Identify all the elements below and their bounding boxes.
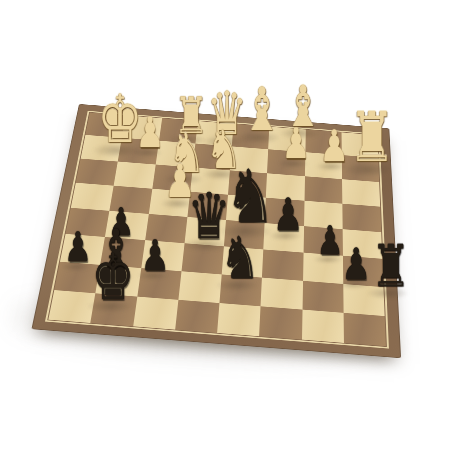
piece-black-knight-d4[interactable]: ♞ bbox=[225, 160, 275, 234]
piece-white-pawn-g2[interactable]: ♟ bbox=[136, 112, 165, 154]
piece-white-bishop-d1[interactable]: ♝ bbox=[242, 80, 282, 139]
piece-black-pawn-b6[interactable]: ♟ bbox=[317, 221, 344, 261]
piece-black-knight-d7[interactable]: ♞ bbox=[220, 229, 259, 287]
piece-white-rook-a2[interactable]: ♜ bbox=[349, 103, 396, 172]
piece-black-pawn-h6[interactable]: ♟ bbox=[64, 227, 92, 268]
pieces-layer: ♝♝♜♛♚♟♟♟♜♞♞♟♞♟♟♛♟♟♟♝♟♞♜♚ bbox=[0, 0, 452, 452]
piece-black-pawn-f7[interactable]: ♟ bbox=[141, 235, 170, 277]
piece-black-king-g8[interactable]: ♚ bbox=[91, 245, 134, 308]
piece-white-pawn-b2[interactable]: ♟ bbox=[319, 124, 349, 168]
piece-black-rook-a8[interactable]: ♜ bbox=[371, 237, 410, 295]
piece-black-pawn-c4[interactable]: ♟ bbox=[273, 192, 303, 237]
photo-backdrop: ♝♝♜♛♚♟♟♟♜♞♞♟♞♟♟♛♟♟♟♝♟♞♜♚ bbox=[0, 0, 452, 452]
piece-white-pawn-c2[interactable]: ♟ bbox=[282, 123, 311, 165]
piece-black-pawn-a7[interactable]: ♟ bbox=[341, 242, 371, 286]
